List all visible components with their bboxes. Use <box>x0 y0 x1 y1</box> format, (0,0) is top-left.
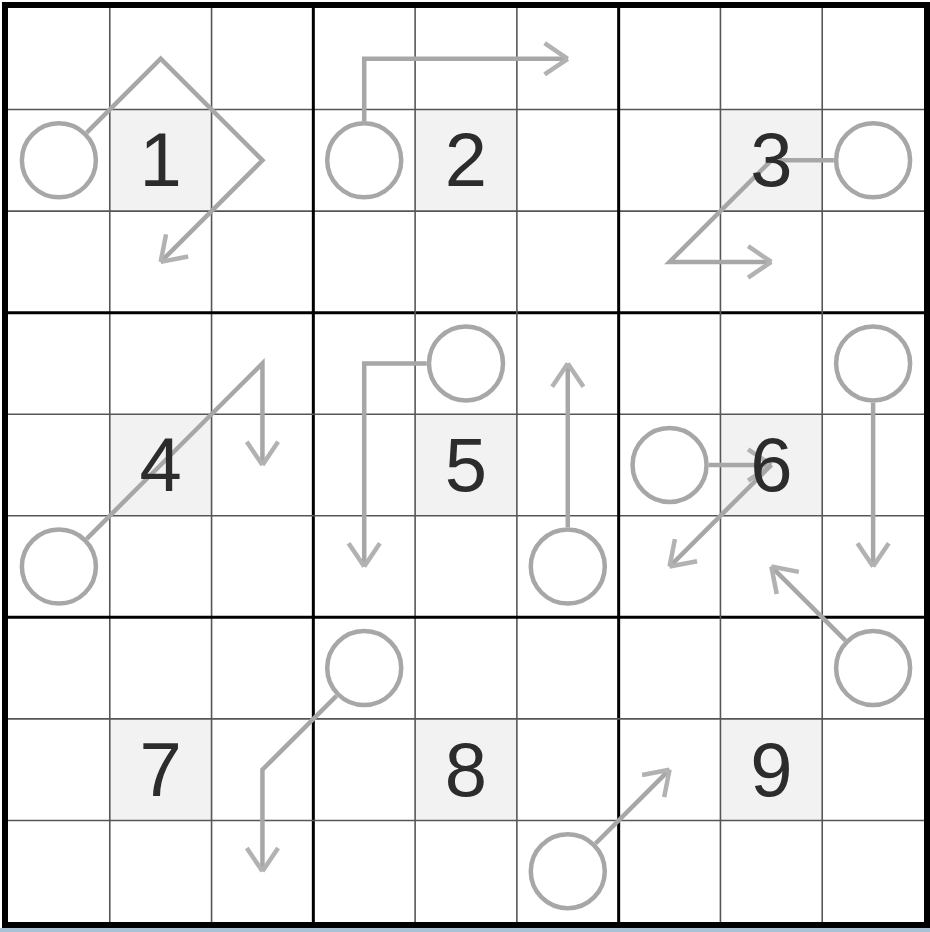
cell-r2c1[interactable] <box>8 110 110 212</box>
cell-r5c9[interactable] <box>822 414 924 516</box>
cell-r3c9[interactable] <box>822 211 924 313</box>
given-digit: 1 <box>140 122 182 198</box>
cell-r2c3[interactable] <box>212 110 314 212</box>
cell-r6c1[interactable] <box>8 516 110 618</box>
page: 123456789 <box>0 0 930 932</box>
given-digit: 8 <box>445 732 487 808</box>
cell-r4c4[interactable] <box>313 313 415 415</box>
cell-r6c8[interactable] <box>720 516 822 618</box>
cell-r9c7[interactable] <box>619 820 721 922</box>
cell-r4c2[interactable] <box>110 313 212 415</box>
cell-r8c6[interactable] <box>517 719 619 821</box>
cell-r9c4[interactable] <box>313 820 415 922</box>
cell-r3c3[interactable] <box>212 211 314 313</box>
cell-r6c5[interactable] <box>415 516 517 618</box>
cell-r7c6[interactable] <box>517 617 619 719</box>
given-digit: 2 <box>445 122 487 198</box>
cell-r7c5[interactable] <box>415 617 517 719</box>
cell-r5c5[interactable]: 5 <box>415 414 517 516</box>
cell-r5c3[interactable] <box>212 414 314 516</box>
cell-r7c9[interactable] <box>822 617 924 719</box>
cell-r8c3[interactable] <box>212 719 314 821</box>
cell-r8c1[interactable] <box>8 719 110 821</box>
cell-r4c6[interactable] <box>517 313 619 415</box>
cell-r6c9[interactable] <box>822 516 924 618</box>
cell-r4c3[interactable] <box>212 313 314 415</box>
cell-r7c1[interactable] <box>8 617 110 719</box>
cell-r3c4[interactable] <box>313 211 415 313</box>
cell-r1c1[interactable] <box>8 8 110 110</box>
given-digit: 5 <box>445 427 487 503</box>
cell-r7c2[interactable] <box>110 617 212 719</box>
cell-r7c4[interactable] <box>313 617 415 719</box>
given-digit: 3 <box>750 122 792 198</box>
cell-r5c6[interactable] <box>517 414 619 516</box>
cell-r9c6[interactable] <box>517 820 619 922</box>
cell-r3c5[interactable] <box>415 211 517 313</box>
cell-r2c8[interactable]: 3 <box>720 110 822 212</box>
cell-r9c1[interactable] <box>8 820 110 922</box>
cell-r1c6[interactable] <box>517 8 619 110</box>
cell-r1c8[interactable] <box>720 8 822 110</box>
cell-r1c4[interactable] <box>313 8 415 110</box>
given-digit: 9 <box>750 732 792 808</box>
cell-r7c8[interactable] <box>720 617 822 719</box>
cell-r8c8[interactable]: 9 <box>720 719 822 821</box>
cell-r7c3[interactable] <box>212 617 314 719</box>
cell-r3c1[interactable] <box>8 211 110 313</box>
cell-r6c2[interactable] <box>110 516 212 618</box>
cell-r2c6[interactable] <box>517 110 619 212</box>
cell-r3c8[interactable] <box>720 211 822 313</box>
cell-r7c7[interactable] <box>619 617 721 719</box>
bottom-edge-strip <box>0 928 930 932</box>
cell-r9c3[interactable] <box>212 820 314 922</box>
cell-r4c9[interactable] <box>822 313 924 415</box>
cell-r4c8[interactable] <box>720 313 822 415</box>
cell-grid: 123456789 <box>8 8 924 922</box>
cell-r5c4[interactable] <box>313 414 415 516</box>
cell-r5c1[interactable] <box>8 414 110 516</box>
cell-r1c7[interactable] <box>619 8 721 110</box>
cell-r6c3[interactable] <box>212 516 314 618</box>
cell-r8c7[interactable] <box>619 719 721 821</box>
cell-r6c4[interactable] <box>313 516 415 618</box>
cell-r9c2[interactable] <box>110 820 212 922</box>
given-digit: 4 <box>140 427 182 503</box>
cell-r9c5[interactable] <box>415 820 517 922</box>
cell-r2c4[interactable] <box>313 110 415 212</box>
cell-r2c2[interactable]: 1 <box>110 110 212 212</box>
cell-r4c5[interactable] <box>415 313 517 415</box>
cell-r4c1[interactable] <box>8 313 110 415</box>
cell-r5c2[interactable]: 4 <box>110 414 212 516</box>
cell-r6c7[interactable] <box>619 516 721 618</box>
cell-r1c3[interactable] <box>212 8 314 110</box>
cell-r2c9[interactable] <box>822 110 924 212</box>
cell-r3c2[interactable] <box>110 211 212 313</box>
cell-r3c6[interactable] <box>517 211 619 313</box>
sudoku-board: 123456789 <box>2 2 930 928</box>
cell-r8c5[interactable]: 8 <box>415 719 517 821</box>
given-digit: 6 <box>750 427 792 503</box>
cell-r1c9[interactable] <box>822 8 924 110</box>
cell-r3c7[interactable] <box>619 211 721 313</box>
cell-r9c8[interactable] <box>720 820 822 922</box>
cell-r2c5[interactable]: 2 <box>415 110 517 212</box>
cell-r9c9[interactable] <box>822 820 924 922</box>
cell-r1c2[interactable] <box>110 8 212 110</box>
cell-r5c7[interactable] <box>619 414 721 516</box>
cell-r8c2[interactable]: 7 <box>110 719 212 821</box>
given-digit: 7 <box>140 732 182 808</box>
cell-r8c9[interactable] <box>822 719 924 821</box>
cell-r1c5[interactable] <box>415 8 517 110</box>
cell-r4c7[interactable] <box>619 313 721 415</box>
cell-r6c6[interactable] <box>517 516 619 618</box>
cell-r2c7[interactable] <box>619 110 721 212</box>
cell-r8c4[interactable] <box>313 719 415 821</box>
cell-r5c8[interactable]: 6 <box>720 414 822 516</box>
